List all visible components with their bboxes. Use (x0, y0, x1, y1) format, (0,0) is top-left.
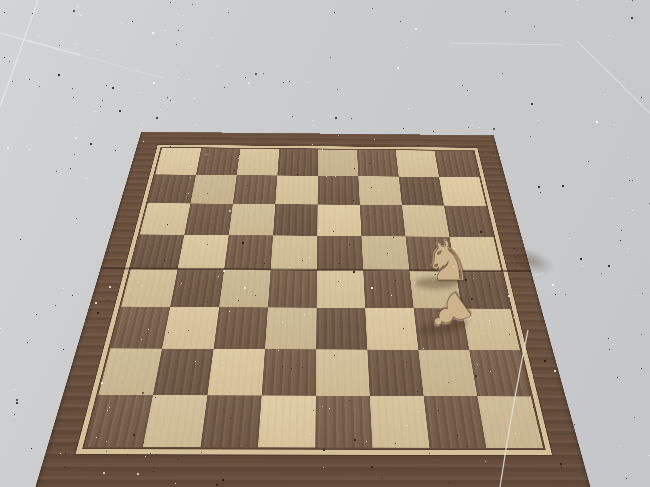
square-e2[interactable] (316, 349, 370, 396)
square-b4[interactable] (170, 269, 224, 307)
square-g7[interactable] (399, 177, 444, 206)
square-b3[interactable] (162, 307, 219, 349)
square-f2[interactable] (367, 350, 423, 396)
board-squares-grid (85, 148, 543, 448)
square-f5[interactable] (361, 236, 409, 271)
square-g2[interactable] (418, 350, 477, 396)
square-f8[interactable] (357, 150, 399, 177)
square-a5[interactable] (131, 234, 184, 269)
square-h7[interactable] (439, 177, 486, 206)
chess-board (85, 148, 543, 448)
square-f3[interactable] (365, 308, 418, 350)
square-d4[interactable] (268, 270, 317, 308)
square-a3[interactable] (110, 307, 170, 349)
square-a7[interactable] (148, 174, 196, 203)
square-a4[interactable] (121, 269, 177, 307)
square-c5[interactable] (224, 235, 273, 270)
square-f4[interactable] (363, 270, 413, 308)
square-c1[interactable] (200, 395, 261, 447)
square-d6[interactable] (273, 204, 318, 236)
square-a6[interactable] (140, 203, 191, 235)
square-f7[interactable] (358, 176, 402, 205)
square-b6[interactable] (184, 203, 233, 235)
square-a1[interactable] (85, 395, 153, 447)
square-e8[interactable] (318, 150, 358, 177)
square-b1[interactable] (143, 395, 208, 447)
square-h8[interactable] (434, 151, 479, 178)
square-e1[interactable] (315, 396, 372, 448)
square-f1[interactable] (370, 396, 430, 448)
photo-scene: ♞ ♟ (0, 0, 650, 487)
square-d2[interactable] (262, 349, 317, 396)
square-c6[interactable] (229, 204, 276, 236)
square-e7[interactable] (318, 176, 360, 205)
square-c7[interactable] (233, 175, 277, 204)
square-f6[interactable] (360, 205, 406, 237)
square-g1[interactable] (424, 396, 487, 448)
square-d1[interactable] (258, 395, 316, 447)
white-knight-piece[interactable]: ♞ (419, 233, 477, 289)
square-e4[interactable] (317, 270, 366, 308)
square-b8[interactable] (196, 148, 240, 175)
square-a2[interactable] (98, 348, 162, 395)
square-b5[interactable] (178, 235, 229, 270)
square-e6[interactable] (317, 205, 361, 237)
square-d3[interactable] (265, 307, 317, 349)
square-d8[interactable] (277, 149, 318, 176)
square-b7[interactable] (190, 175, 236, 204)
square-b2[interactable] (153, 349, 214, 396)
square-d5[interactable] (271, 235, 318, 270)
square-d7[interactable] (275, 175, 318, 204)
square-e3[interactable] (316, 308, 367, 350)
square-e5[interactable] (317, 236, 363, 271)
square-a8[interactable] (155, 148, 201, 175)
square-h2[interactable] (469, 350, 531, 396)
square-g8[interactable] (396, 150, 439, 177)
square-c4[interactable] (219, 269, 270, 307)
square-c2[interactable] (207, 349, 265, 396)
square-c3[interactable] (214, 307, 268, 349)
square-c8[interactable] (237, 149, 280, 176)
